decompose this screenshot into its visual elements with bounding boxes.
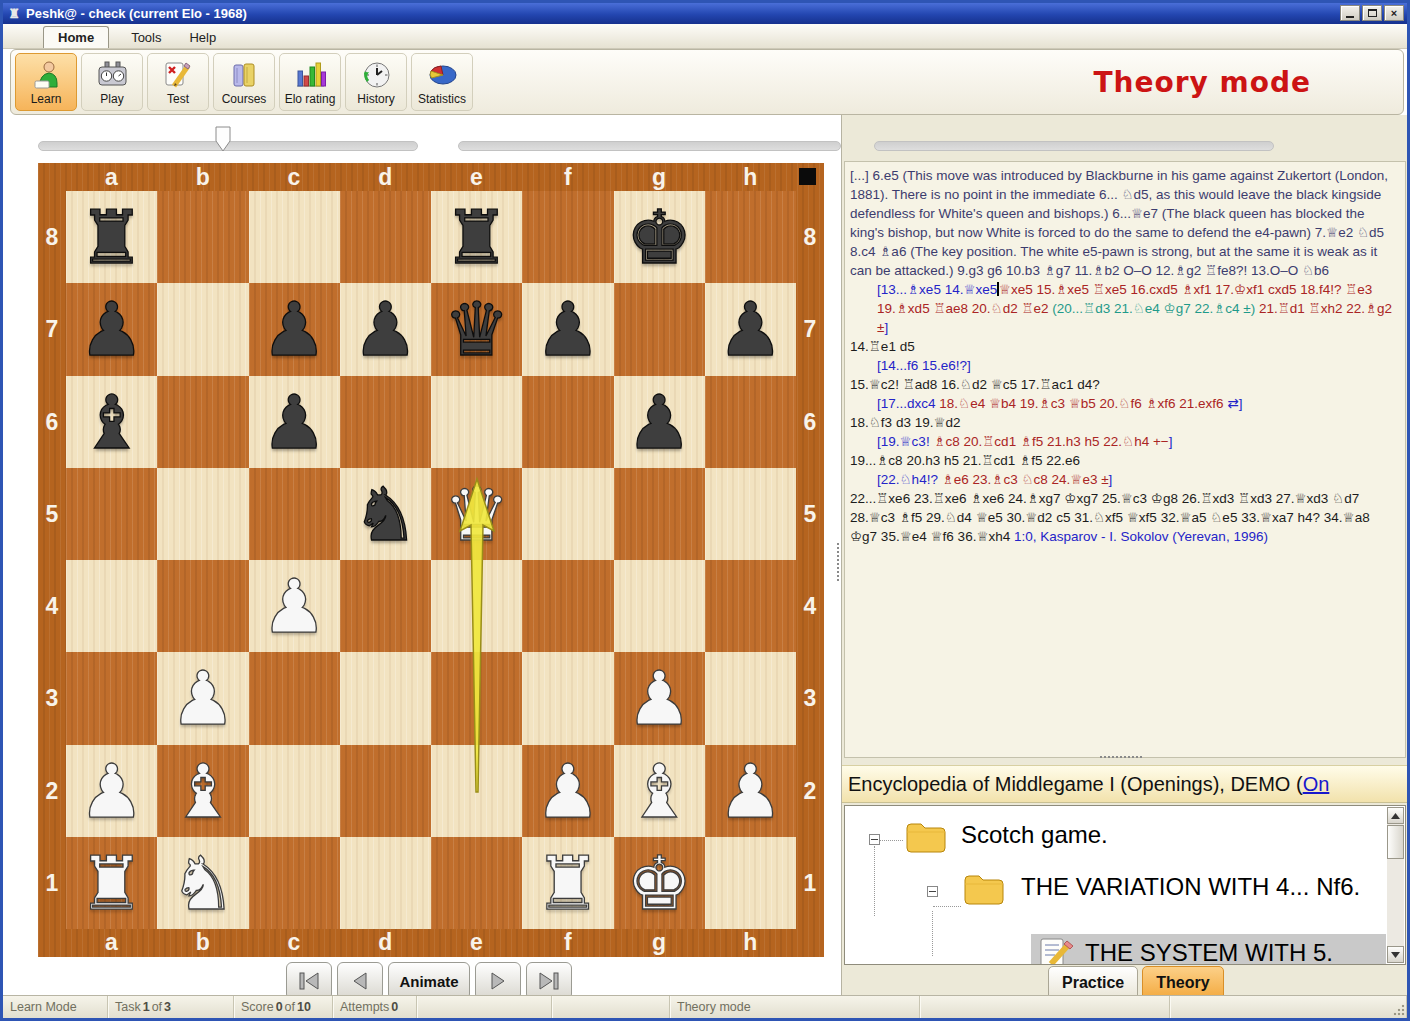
- square-a8[interactable]: ♜: [66, 191, 157, 283]
- file-label-a: a: [66, 929, 157, 956]
- status-text: of: [152, 1000, 162, 1014]
- tree-collapse-toggle[interactable]: [869, 834, 880, 845]
- square-b2[interactable]: ♝: [157, 745, 248, 837]
- square-f7[interactable]: ♟: [522, 283, 613, 375]
- file-label-e: e: [431, 164, 522, 191]
- status-bar: Learn ModeTask 1 of 3Score 0 of 10Attemp…: [3, 995, 1407, 1018]
- white-rook-piece[interactable]: ♜: [78, 846, 144, 920]
- white-bishop-piece[interactable]: ♝: [170, 754, 236, 828]
- right-panel: Task 1 [...] 6.e5 (This move was introdu…: [841, 115, 1408, 1002]
- white-pawn-piece[interactable]: ♟: [261, 569, 327, 643]
- square-c7[interactable]: ♟: [249, 283, 340, 375]
- square-f5[interactable]: [522, 468, 613, 560]
- move-text: [17...dxc4: [877, 396, 939, 411]
- square-b6[interactable]: [157, 376, 248, 468]
- encyclopedia-header: Encyclopedia of Middlegame I (Openings),…: [842, 765, 1408, 803]
- square-e8[interactable]: ♜: [431, 191, 522, 283]
- variation-line[interactable]: [17...dxc4 18.♘e4 ♕b4 19.♗c3 ♕b5 20.♘f6 …: [850, 394, 1399, 413]
- file-label-f: f: [522, 929, 613, 956]
- status-text: 3: [164, 1000, 171, 1014]
- square-b1[interactable]: ♞: [157, 837, 248, 929]
- minimize-button[interactable]: [1340, 5, 1360, 21]
- square-g5[interactable]: [614, 468, 705, 560]
- history-button[interactable]: History: [345, 53, 407, 111]
- move-text: ⇄]: [1227, 396, 1242, 411]
- statistics-label: Statistics: [418, 92, 466, 106]
- white-bishop-piece[interactable]: ♝: [626, 754, 692, 828]
- square-d5[interactable]: ♞: [340, 468, 431, 560]
- file-label-g: g: [614, 164, 705, 191]
- rank-label-8: 8: [796, 191, 824, 283]
- move-text: ]: [884, 320, 888, 335]
- statistics-icon: [425, 57, 459, 92]
- square-a7[interactable]: ♟: [66, 283, 157, 375]
- square-e1[interactable]: [431, 837, 522, 929]
- file-label-h: h: [705, 164, 796, 191]
- horizontal-splitter-handle[interactable]: [1100, 756, 1142, 758]
- square-a4[interactable]: [66, 560, 157, 652]
- black-rook-piece[interactable]: ♜: [443, 200, 509, 274]
- task-progress-bar-right[interactable]: [458, 141, 841, 151]
- learn-label: Learn: [31, 92, 62, 106]
- move-text: [13...♗xe5 14.♕xe5: [877, 282, 997, 297]
- tree-connector: [932, 911, 933, 956]
- tree-item-label[interactable]: Scotch game.: [961, 820, 1381, 850]
- square-c3[interactable]: [249, 652, 340, 744]
- black-king-piece[interactable]: ♚: [626, 200, 692, 274]
- square-g8[interactable]: ♚: [614, 191, 705, 283]
- file-label-d: d: [340, 164, 431, 191]
- resize-grip[interactable]: [1393, 1004, 1405, 1016]
- file-label-a: a: [66, 164, 157, 191]
- menu-tab-tools[interactable]: Tools: [117, 27, 175, 48]
- status-segment-empty: [920, 996, 1170, 1018]
- status-text: 1: [143, 1000, 150, 1014]
- vertical-splitter-handle[interactable]: [837, 543, 839, 581]
- square-d4[interactable]: [340, 560, 431, 652]
- rank-label-4: 4: [796, 560, 824, 652]
- square-a5[interactable]: [66, 468, 157, 560]
- file-label-c: c: [249, 164, 340, 191]
- move-text: ♗c8 20.♖cd1 ♗f5 21.h3 h5 22.♘h4 +−: [933, 434, 1168, 449]
- square-g4[interactable]: [614, 560, 705, 652]
- window-title: Peshk@ - check (current Elo - 1968): [26, 6, 247, 21]
- black-pawn-piece[interactable]: ♟: [626, 385, 692, 459]
- square-a6[interactable]: ♝: [66, 376, 157, 468]
- scroll-down-button[interactable]: [1387, 946, 1404, 963]
- status-segment-empty: [1170, 996, 1407, 1018]
- elo-rating-button[interactable]: Elo rating: [279, 53, 341, 111]
- history-icon: [359, 57, 393, 92]
- move-text: [14...f6 15.e6!?]: [877, 358, 971, 373]
- test-label: Test: [167, 92, 189, 106]
- main-line[interactable]: 18.♘f3 d3 19.♕d2: [850, 413, 1399, 432]
- square-h7[interactable]: ♟: [705, 283, 796, 375]
- rank-label-6: 6: [38, 376, 66, 468]
- rank-label-8: 8: [38, 191, 66, 283]
- move-text: ]: [1169, 434, 1173, 449]
- title-bar: ♜ Peshk@ - check (current Elo - 1968) ×: [3, 3, 1407, 24]
- close-button[interactable]: ×: [1384, 5, 1404, 21]
- move-text: 19...♗c8 20.h3 h5 21.♖cd1 ♗f5 22.e6: [850, 453, 1080, 468]
- square-h1[interactable]: [705, 837, 796, 929]
- tree-scrollbar[interactable]: [1387, 807, 1404, 963]
- learn-icon: [29, 57, 63, 92]
- status-segment-empty: [417, 996, 552, 1018]
- white-pawn-piece[interactable]: ♟: [170, 661, 236, 735]
- tree-collapse-toggle[interactable]: [927, 886, 938, 897]
- rank-label-7: 7: [38, 283, 66, 375]
- main-line[interactable]: 14.♖e1 d5: [850, 337, 1399, 356]
- square-d8[interactable]: [340, 191, 431, 283]
- status-text: Theory mode: [677, 1000, 751, 1014]
- move-text: 18.♘e4 ♕b4 19.♗c3 ♕b5 20.♘f6 ♗xf6 21.exf…: [939, 396, 1227, 411]
- test-button[interactable]: Test: [147, 53, 209, 111]
- rank-label-6: 6: [796, 376, 824, 468]
- move-text: 14.♖e1 d5: [850, 339, 915, 354]
- main-toolbar: Learn Play Test Courses Elo rating: [10, 49, 1404, 115]
- course-tree[interactable]: Scotch game.THE VARIATION WITH 4... Nf6.…: [844, 805, 1406, 965]
- white-queen-piece[interactable]: ♛: [443, 477, 509, 551]
- previous-move-icon: [350, 971, 370, 991]
- file-label-h: h: [705, 929, 796, 956]
- move-text: ♗e6 23.♗c3 ♘c8 24.♕e3 ±: [942, 472, 1109, 487]
- square-b5[interactable]: [157, 468, 248, 560]
- square-g2[interactable]: ♝: [614, 745, 705, 837]
- square-a1[interactable]: ♜: [66, 837, 157, 929]
- square-c2[interactable]: [249, 745, 340, 837]
- file-label-e: e: [431, 929, 522, 956]
- next-move-icon: [488, 971, 508, 991]
- last-move-icon: [537, 971, 561, 991]
- status-text: 0: [276, 1000, 283, 1014]
- tree-item-label[interactable]: THE SYSTEM WITH 5.: [1085, 938, 1385, 965]
- square-a3[interactable]: [66, 652, 157, 744]
- move-text: (20...♖d3 21.♘e4 ♔g7 22.♗c4 ±): [1052, 301, 1255, 316]
- scroll-thumb[interactable]: [1387, 825, 1404, 859]
- rank-label-3: 3: [38, 652, 66, 744]
- play-label: Play: [100, 92, 123, 106]
- square-h2[interactable]: ♟: [705, 745, 796, 837]
- square-e6[interactable]: [431, 376, 522, 468]
- square-e4[interactable]: [431, 560, 522, 652]
- square-f6[interactable]: [522, 376, 613, 468]
- status-text: of: [285, 1000, 295, 1014]
- variation-line[interactable]: [22.♘h4!? ♗e6 23.♗c3 ♘c8 24.♕e3 ±]: [850, 470, 1399, 489]
- square-d7[interactable]: ♟: [340, 283, 431, 375]
- encyclopedia-title: Encyclopedia of Middlegame I (Openings),…: [848, 773, 1303, 796]
- square-h6[interactable]: [705, 376, 796, 468]
- black-bishop-piece[interactable]: ♝: [78, 385, 144, 459]
- status-segment: Task 1 of 3: [108, 996, 234, 1018]
- move-text: [22.♘h4!?: [877, 472, 942, 487]
- black-knight-piece[interactable]: ♞: [352, 477, 418, 551]
- learn-button[interactable]: Learn: [15, 53, 77, 111]
- square-d6[interactable]: [340, 376, 431, 468]
- file-label-d: d: [340, 929, 431, 956]
- menu-tab-help[interactable]: Help: [175, 27, 230, 48]
- theory-text[interactable]: [...] 6.e5 (This move was introduced by …: [844, 161, 1406, 758]
- menu-bar: Home Tools Help: [3, 24, 1407, 49]
- move-text: [...] 6.e5 (This move was introduced by …: [850, 168, 1388, 278]
- theory-mode-banner: Theory mode: [1093, 66, 1311, 99]
- task-nav-bar[interactable]: [874, 141, 1274, 151]
- black-pawn-piece[interactable]: ♟: [352, 292, 418, 366]
- status-text: Learn Mode: [10, 1000, 77, 1014]
- move-text: 18.♘f3 d3 19.♕d2: [850, 415, 961, 430]
- file-label-f: f: [522, 164, 613, 191]
- tree-connector: [874, 846, 875, 916]
- square-f2[interactable]: ♟: [522, 745, 613, 837]
- white-pawn-piece[interactable]: ♟: [626, 661, 692, 735]
- square-c1[interactable]: [249, 837, 340, 929]
- app-window: ♜ Peshk@ - check (current Elo - 1968) × …: [0, 0, 1410, 1021]
- elo-rating-label: Elo rating: [285, 92, 336, 106]
- file-label-c: c: [249, 929, 340, 956]
- square-g7[interactable]: [614, 283, 705, 375]
- white-rook-piece[interactable]: ♜: [535, 846, 601, 920]
- play-icon: [95, 57, 129, 92]
- file-label-b: b: [157, 164, 248, 191]
- square-f3[interactable]: [522, 652, 613, 744]
- file-label-b: b: [157, 929, 248, 956]
- square-g6[interactable]: ♟: [614, 376, 705, 468]
- app-icon: ♜: [6, 6, 22, 22]
- move-text: ]: [1109, 472, 1113, 487]
- statistics-button[interactable]: Statistics: [411, 53, 473, 111]
- play-button[interactable]: Play: [81, 53, 143, 111]
- square-f8[interactable]: [522, 191, 613, 283]
- square-d3[interactable]: [340, 652, 431, 744]
- square-e2[interactable]: [431, 745, 522, 837]
- black-pawn-piece[interactable]: ♟: [261, 292, 327, 366]
- menu-tab-home[interactable]: Home: [43, 26, 109, 48]
- rank-label-7: 7: [796, 283, 824, 375]
- square-c4[interactable]: ♟: [249, 560, 340, 652]
- move-text: [19.♕c3!: [877, 434, 933, 449]
- square-h4[interactable]: [705, 560, 796, 652]
- square-e7[interactable]: ♛: [431, 283, 522, 375]
- square-f4[interactable]: [522, 560, 613, 652]
- courses-button[interactable]: Courses: [213, 53, 275, 111]
- square-e5[interactable]: ♛: [431, 468, 522, 560]
- maximize-button[interactable]: [1362, 5, 1382, 21]
- rank-label-5: 5: [38, 468, 66, 560]
- elo-rating-icon: [293, 57, 327, 92]
- variation-line[interactable]: [19.♕c3! ♗c8 20.♖cd1 ♗f5 21.h3 h5 22.♘h4…: [850, 432, 1399, 451]
- status-segment: Attempts 0: [333, 996, 417, 1018]
- tree-item-label[interactable]: THE VARIATION WITH 4... Nf6.: [1021, 872, 1371, 902]
- status-segment: Theory mode: [670, 996, 920, 1018]
- square-g3[interactable]: ♟: [614, 652, 705, 744]
- square-d2[interactable]: [340, 745, 431, 837]
- status-segment: Learn Mode: [3, 996, 108, 1018]
- folder-icon: [961, 870, 1007, 912]
- white-knight-piece[interactable]: ♞: [170, 846, 236, 920]
- square-f1[interactable]: ♜: [522, 837, 613, 929]
- rank-label-2: 2: [796, 745, 824, 837]
- rank-label-1: 1: [38, 837, 66, 929]
- main-line[interactable]: 19...♗c8 20.h3 h5 21.♖cd1 ♗f5 22.e6: [850, 451, 1399, 470]
- square-c8[interactable]: [249, 191, 340, 283]
- main-line[interactable]: 15.♕c2! ♖ad8 16.♘d2 ♕c5 17.♖ac1 d4?: [850, 375, 1399, 394]
- square-c5[interactable]: [249, 468, 340, 560]
- square-b4[interactable]: [157, 560, 248, 652]
- move-text: 1:0, Kasparov - I. Sokolov (Yerevan, 199…: [1014, 529, 1268, 544]
- status-text: Attempts: [340, 1000, 389, 1014]
- square-c6[interactable]: ♟: [249, 376, 340, 468]
- status-text: Score: [241, 1000, 274, 1014]
- rank-label-4: 4: [38, 560, 66, 652]
- square-b3[interactable]: ♟: [157, 652, 248, 744]
- square-h5[interactable]: [705, 468, 796, 560]
- test-icon: [161, 57, 195, 92]
- square-h3[interactable]: [705, 652, 796, 744]
- courses-icon: [227, 57, 261, 92]
- black-pawn-piece[interactable]: ♟: [78, 292, 144, 366]
- black-queen-piece[interactable]: ♛: [443, 292, 509, 366]
- history-label: History: [357, 92, 394, 106]
- move-text: 15.♕c2! ♖ad8 16.♘d2 ♕c5 17.♖ac1 d4?: [850, 377, 1100, 392]
- rank-label-1: 1: [796, 837, 824, 929]
- square-b8[interactable]: [157, 191, 248, 283]
- status-segment: Score 0 of 10: [234, 996, 333, 1018]
- tree-connector: [933, 906, 961, 907]
- side-to-move-indicator: [799, 168, 816, 185]
- file-label-g: g: [614, 929, 705, 956]
- edit-document-icon: [1037, 936, 1077, 965]
- encyclopedia-link[interactable]: On: [1303, 773, 1330, 796]
- status-segment-empty: [552, 996, 670, 1018]
- black-rook-piece[interactable]: ♜: [78, 200, 144, 274]
- black-pawn-piece[interactable]: ♟: [717, 292, 783, 366]
- courses-label: Courses: [222, 92, 267, 106]
- status-text: 10: [297, 1000, 311, 1014]
- black-pawn-piece[interactable]: ♟: [261, 385, 327, 459]
- white-pawn-piece[interactable]: ♟: [535, 754, 601, 828]
- main-line[interactable]: 22...♖xe6 23.♖xe6 ♗xe6 24.♗xg7 ♔xg7 25.♕…: [850, 489, 1399, 546]
- variation-line[interactable]: [13...♗xe5 14.♕xe5♕xe5 15.♗xe5 ♖xe5 16.c…: [850, 280, 1399, 337]
- folder-icon: [903, 818, 949, 860]
- white-king-piece[interactable]: ♚: [626, 846, 692, 920]
- square-e3[interactable]: [431, 652, 522, 744]
- status-text: Task: [115, 1000, 141, 1014]
- square-g1[interactable]: ♚: [614, 837, 705, 929]
- rank-label-2: 2: [38, 745, 66, 837]
- variation-line[interactable]: [14...f6 15.e6!?]: [850, 356, 1399, 375]
- chess-board[interactable]: ♜♜♚♟♟♟♛♟♟♝♟♟♞♛♟♟♟♟♝♟♝♟♜♞♜♚ aabbccddeeffg…: [38, 163, 824, 957]
- main-line[interactable]: [...] 6.e5 (This move was introduced by …: [850, 166, 1399, 280]
- square-h8[interactable]: [705, 191, 796, 283]
- white-pawn-piece[interactable]: ♟: [78, 754, 144, 828]
- rank-label-5: 5: [796, 468, 824, 560]
- black-pawn-piece[interactable]: ♟: [535, 292, 601, 366]
- rank-label-3: 3: [796, 652, 824, 744]
- square-d1[interactable]: [340, 837, 431, 929]
- white-pawn-piece[interactable]: ♟: [717, 754, 783, 828]
- scroll-up-button[interactable]: [1387, 807, 1404, 824]
- task-position-marker[interactable]: [214, 126, 232, 154]
- status-text: 0: [391, 1000, 398, 1014]
- first-move-icon: [297, 971, 321, 991]
- square-b7[interactable]: [157, 283, 248, 375]
- square-a2[interactable]: ♟: [66, 745, 157, 837]
